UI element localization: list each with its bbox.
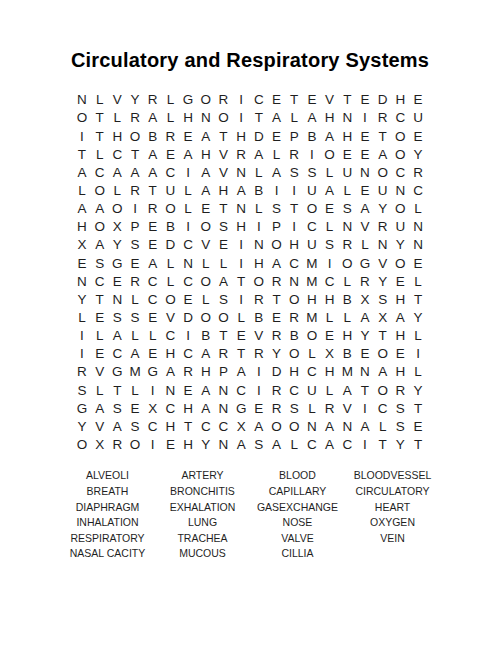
grid-cell[interactable]: S: [215, 291, 233, 309]
grid-cell[interactable]: L: [126, 327, 144, 345]
grid-cell[interactable]: C: [250, 91, 268, 109]
grid-cell[interactable]: T: [109, 381, 127, 399]
grid-cell[interactable]: Y: [409, 381, 427, 399]
grid-cell[interactable]: R: [268, 381, 286, 399]
grid-cell[interactable]: R: [374, 109, 392, 127]
grid-cell[interactable]: L: [197, 291, 215, 309]
grid-cell[interactable]: N: [409, 236, 427, 254]
grid-cell[interactable]: N: [162, 381, 180, 399]
grid-cell[interactable]: L: [162, 109, 180, 127]
grid-cell[interactable]: O: [338, 254, 356, 272]
grid-cell[interactable]: N: [250, 236, 268, 254]
grid-cell[interactable]: S: [250, 436, 268, 454]
grid-cell[interactable]: A: [321, 182, 339, 200]
grid-cell[interactable]: U: [303, 182, 321, 200]
grid-cell[interactable]: N: [197, 109, 215, 127]
grid-cell[interactable]: N: [303, 418, 321, 436]
grid-cell[interactable]: N: [215, 381, 233, 399]
grid-cell[interactable]: L: [409, 327, 427, 345]
grid-cell[interactable]: T: [144, 182, 162, 200]
grid-cell[interactable]: C: [162, 399, 180, 417]
grid-cell[interactable]: A: [374, 363, 392, 381]
grid-cell[interactable]: X: [374, 309, 392, 327]
grid-cell[interactable]: X: [73, 236, 91, 254]
grid-cell[interactable]: O: [374, 381, 392, 399]
grid-cell[interactable]: A: [73, 200, 91, 218]
grid-cell[interactable]: H: [179, 436, 197, 454]
grid-cell[interactable]: C: [144, 418, 162, 436]
grid-cell[interactable]: O: [285, 418, 303, 436]
grid-cell[interactable]: T: [215, 127, 233, 145]
grid-cell[interactable]: L: [91, 327, 109, 345]
grid-cell[interactable]: N: [374, 236, 392, 254]
grid-cell[interactable]: S: [268, 200, 286, 218]
grid-cell[interactable]: N: [338, 418, 356, 436]
grid-cell[interactable]: L: [91, 381, 109, 399]
grid-cell[interactable]: B: [197, 327, 215, 345]
grid-cell[interactable]: H: [285, 236, 303, 254]
grid-cell[interactable]: L: [162, 272, 180, 290]
grid-cell[interactable]: E: [179, 127, 197, 145]
grid-cell[interactable]: I: [250, 363, 268, 381]
grid-cell[interactable]: T: [91, 127, 109, 145]
grid-cell[interactable]: A: [91, 200, 109, 218]
grid-cell[interactable]: Y: [73, 291, 91, 309]
grid-cell[interactable]: O: [197, 218, 215, 236]
grid-cell[interactable]: R: [356, 272, 374, 290]
grid-cell[interactable]: E: [409, 127, 427, 145]
grid-cell[interactable]: D: [179, 309, 197, 327]
grid-cell[interactable]: C: [109, 145, 127, 163]
grid-cell[interactable]: S: [109, 309, 127, 327]
grid-cell[interactable]: P: [268, 218, 286, 236]
grid-cell[interactable]: V: [356, 218, 374, 236]
grid-cell[interactable]: M: [303, 272, 321, 290]
grid-cell[interactable]: C: [197, 418, 215, 436]
grid-cell[interactable]: C: [392, 109, 410, 127]
grid-cell[interactable]: N: [338, 218, 356, 236]
grid-cell[interactable]: I: [232, 291, 250, 309]
grid-cell[interactable]: H: [285, 363, 303, 381]
grid-cell[interactable]: P: [126, 218, 144, 236]
grid-cell[interactable]: A: [197, 399, 215, 417]
grid-cell[interactable]: I: [126, 200, 144, 218]
grid-cell[interactable]: S: [338, 200, 356, 218]
grid-cell[interactable]: Y: [197, 436, 215, 454]
grid-cell[interactable]: T: [409, 291, 427, 309]
grid-cell[interactable]: E: [109, 272, 127, 290]
grid-cell[interactable]: B: [303, 127, 321, 145]
grid-cell[interactable]: E: [215, 236, 233, 254]
grid-cell[interactable]: L: [109, 109, 127, 127]
grid-cell[interactable]: I: [144, 436, 162, 454]
grid-cell[interactable]: L: [179, 200, 197, 218]
grid-cell[interactable]: H: [338, 327, 356, 345]
grid-cell[interactable]: A: [374, 145, 392, 163]
grid-cell[interactable]: L: [162, 91, 180, 109]
grid-cell[interactable]: N: [285, 272, 303, 290]
grid-cell[interactable]: L: [374, 418, 392, 436]
grid-cell[interactable]: T: [374, 436, 392, 454]
grid-cell[interactable]: H: [232, 218, 250, 236]
grid-cell[interactable]: E: [321, 327, 339, 345]
grid-cell[interactable]: E: [409, 254, 427, 272]
grid-cell[interactable]: V: [338, 399, 356, 417]
grid-cell[interactable]: O: [285, 291, 303, 309]
grid-cell[interactable]: A: [321, 418, 339, 436]
grid-cell[interactable]: E: [356, 91, 374, 109]
grid-cell[interactable]: I: [73, 345, 91, 363]
grid-cell[interactable]: Y: [109, 236, 127, 254]
grid-cell[interactable]: N: [392, 182, 410, 200]
grid-cell[interactable]: T: [232, 272, 250, 290]
grid-cell[interactable]: I: [232, 254, 250, 272]
grid-cell[interactable]: L: [321, 218, 339, 236]
grid-cell[interactable]: O: [303, 200, 321, 218]
grid-cell[interactable]: N: [109, 291, 127, 309]
grid-cell[interactable]: A: [268, 436, 286, 454]
grid-cell[interactable]: G: [144, 363, 162, 381]
grid-cell[interactable]: V: [197, 236, 215, 254]
grid-cell[interactable]: E: [144, 309, 162, 327]
grid-cell[interactable]: G: [232, 399, 250, 417]
grid-cell[interactable]: A: [197, 381, 215, 399]
grid-cell[interactable]: E: [392, 345, 410, 363]
grid-cell[interactable]: S: [215, 218, 233, 236]
grid-cell[interactable]: H: [303, 291, 321, 309]
grid-cell[interactable]: Y: [356, 327, 374, 345]
grid-cell[interactable]: O: [91, 182, 109, 200]
grid-cell[interactable]: T: [215, 327, 233, 345]
grid-cell[interactable]: O: [268, 236, 286, 254]
grid-cell[interactable]: T: [409, 436, 427, 454]
grid-cell[interactable]: L: [91, 145, 109, 163]
grid-cell[interactable]: H: [197, 363, 215, 381]
grid-cell[interactable]: E: [126, 254, 144, 272]
grid-cell[interactable]: S: [303, 164, 321, 182]
grid-cell[interactable]: L: [409, 363, 427, 381]
grid-cell[interactable]: I: [250, 381, 268, 399]
grid-cell[interactable]: R: [109, 436, 127, 454]
grid-cell[interactable]: L: [303, 345, 321, 363]
grid-cell[interactable]: N: [356, 164, 374, 182]
grid-cell[interactable]: H: [338, 127, 356, 145]
grid-cell[interactable]: A: [392, 309, 410, 327]
grid-cell[interactable]: Y: [392, 436, 410, 454]
grid-cell[interactable]: E: [91, 345, 109, 363]
grid-cell[interactable]: V: [374, 254, 392, 272]
grid-cell[interactable]: X: [232, 418, 250, 436]
grid-cell[interactable]: E: [268, 127, 286, 145]
grid-cell[interactable]: O: [126, 127, 144, 145]
grid-cell[interactable]: C: [321, 272, 339, 290]
grid-cell[interactable]: A: [321, 436, 339, 454]
grid-cell[interactable]: A: [179, 145, 197, 163]
grid-cell[interactable]: M: [338, 363, 356, 381]
grid-cell[interactable]: E: [409, 91, 427, 109]
grid-cell[interactable]: C: [303, 363, 321, 381]
grid-cell[interactable]: U: [303, 381, 321, 399]
grid-cell[interactable]: O: [392, 127, 410, 145]
grid-cell[interactable]: T: [409, 399, 427, 417]
grid-cell[interactable]: A: [268, 109, 286, 127]
grid-cell[interactable]: E: [268, 91, 286, 109]
grid-cell[interactable]: I: [409, 345, 427, 363]
grid-cell[interactable]: I: [179, 218, 197, 236]
grid-cell[interactable]: I: [179, 327, 197, 345]
grid-cell[interactable]: N: [215, 436, 233, 454]
grid-cell[interactable]: C: [179, 345, 197, 363]
grid-cell[interactable]: E: [392, 272, 410, 290]
grid-cell[interactable]: L: [356, 236, 374, 254]
grid-cell[interactable]: V: [109, 91, 127, 109]
grid-cell[interactable]: A: [109, 327, 127, 345]
grid-cell[interactable]: R: [392, 381, 410, 399]
grid-cell[interactable]: G: [73, 399, 91, 417]
grid-cell[interactable]: E: [268, 309, 286, 327]
grid-cell[interactable]: S: [126, 236, 144, 254]
grid-cell[interactable]: L: [126, 381, 144, 399]
grid-cell[interactable]: D: [268, 363, 286, 381]
grid-cell[interactable]: E: [356, 145, 374, 163]
grid-cell[interactable]: A: [144, 109, 162, 127]
grid-cell[interactable]: C: [285, 254, 303, 272]
grid-cell[interactable]: E: [303, 91, 321, 109]
grid-cell[interactable]: C: [285, 381, 303, 399]
grid-cell[interactable]: A: [109, 418, 127, 436]
grid-cell[interactable]: H: [109, 127, 127, 145]
grid-cell[interactable]: N: [232, 164, 250, 182]
grid-cell[interactable]: I: [144, 381, 162, 399]
grid-cell[interactable]: C: [162, 164, 180, 182]
grid-cell[interactable]: L: [197, 254, 215, 272]
grid-cell[interactable]: O: [392, 145, 410, 163]
grid-cell[interactable]: I: [321, 254, 339, 272]
grid-cell[interactable]: A: [250, 145, 268, 163]
grid-cell[interactable]: R: [285, 145, 303, 163]
grid-cell[interactable]: L: [215, 254, 233, 272]
grid-cell[interactable]: I: [268, 182, 286, 200]
grid-cell[interactable]: V: [215, 145, 233, 163]
grid-cell[interactable]: C: [144, 272, 162, 290]
grid-cell[interactable]: E: [126, 399, 144, 417]
grid-cell[interactable]: E: [179, 381, 197, 399]
grid-cell[interactable]: B: [144, 127, 162, 145]
grid-cell[interactable]: Y: [374, 272, 392, 290]
grid-cell[interactable]: B: [250, 309, 268, 327]
grid-cell[interactable]: C: [144, 291, 162, 309]
grid-cell[interactable]: U: [162, 182, 180, 200]
grid-cell[interactable]: S: [392, 418, 410, 436]
grid-cell[interactable]: L: [338, 182, 356, 200]
grid-cell[interactable]: U: [392, 218, 410, 236]
grid-cell[interactable]: L: [91, 91, 109, 109]
grid-cell[interactable]: H: [321, 291, 339, 309]
grid-cell[interactable]: S: [126, 418, 144, 436]
grid-cell[interactable]: L: [409, 200, 427, 218]
grid-cell[interactable]: A: [73, 164, 91, 182]
grid-cell[interactable]: O: [374, 164, 392, 182]
grid-cell[interactable]: R: [144, 200, 162, 218]
grid-cell[interactable]: H: [392, 291, 410, 309]
grid-cell[interactable]: V: [250, 327, 268, 345]
grid-cell[interactable]: E: [197, 200, 215, 218]
grid-cell[interactable]: T: [91, 109, 109, 127]
grid-cell[interactable]: E: [321, 200, 339, 218]
grid-cell[interactable]: M: [303, 309, 321, 327]
grid-cell[interactable]: G: [109, 363, 127, 381]
grid-cell[interactable]: E: [250, 399, 268, 417]
grid-cell[interactable]: R: [268, 272, 286, 290]
grid-cell[interactable]: T: [215, 200, 233, 218]
grid-cell[interactable]: R: [409, 164, 427, 182]
grid-cell[interactable]: E: [162, 145, 180, 163]
grid-cell[interactable]: C: [409, 182, 427, 200]
grid-cell[interactable]: C: [392, 164, 410, 182]
grid-cell[interactable]: S: [285, 399, 303, 417]
grid-cell[interactable]: Y: [409, 145, 427, 163]
grid-cell[interactable]: T: [232, 345, 250, 363]
grid-cell[interactable]: U: [409, 109, 427, 127]
grid-cell[interactable]: I: [179, 164, 197, 182]
grid-cell[interactable]: O: [392, 254, 410, 272]
grid-cell[interactable]: R: [268, 327, 286, 345]
grid-cell[interactable]: H: [162, 418, 180, 436]
grid-cell[interactable]: I: [232, 91, 250, 109]
grid-cell[interactable]: H: [250, 254, 268, 272]
grid-cell[interactable]: O: [91, 218, 109, 236]
grid-cell[interactable]: M: [126, 363, 144, 381]
grid-cell[interactable]: S: [126, 309, 144, 327]
grid-cell[interactable]: I: [73, 127, 91, 145]
grid-cell[interactable]: E: [356, 345, 374, 363]
grid-cell[interactable]: A: [109, 164, 127, 182]
grid-cell[interactable]: T: [374, 327, 392, 345]
grid-cell[interactable]: C: [338, 436, 356, 454]
grid-cell[interactable]: O: [268, 418, 286, 436]
grid-cell[interactable]: H: [392, 91, 410, 109]
grid-cell[interactable]: R: [232, 145, 250, 163]
grid-cell[interactable]: L: [250, 164, 268, 182]
grid-cell[interactable]: O: [197, 309, 215, 327]
grid-cell[interactable]: S: [73, 381, 91, 399]
grid-cell[interactable]: Y: [392, 236, 410, 254]
grid-cell[interactable]: T: [374, 127, 392, 145]
grid-cell[interactable]: C: [91, 272, 109, 290]
grid-cell[interactable]: L: [73, 309, 91, 327]
grid-cell[interactable]: I: [250, 218, 268, 236]
grid-cell[interactable]: O: [73, 109, 91, 127]
grid-cell[interactable]: C: [162, 327, 180, 345]
grid-cell[interactable]: B: [250, 182, 268, 200]
grid-cell[interactable]: S: [321, 236, 339, 254]
grid-cell[interactable]: L: [321, 381, 339, 399]
grid-cell[interactable]: T: [285, 91, 303, 109]
grid-cell[interactable]: R: [250, 291, 268, 309]
grid-cell[interactable]: V: [91, 418, 109, 436]
grid-cell[interactable]: E: [356, 182, 374, 200]
grid-cell[interactable]: B: [338, 291, 356, 309]
grid-cell[interactable]: L: [321, 164, 339, 182]
grid-cell[interactable]: O: [73, 436, 91, 454]
grid-cell[interactable]: H: [73, 218, 91, 236]
grid-cell[interactable]: S: [109, 399, 127, 417]
grid-cell[interactable]: H: [392, 363, 410, 381]
grid-cell[interactable]: C: [179, 272, 197, 290]
grid-cell[interactable]: E: [338, 145, 356, 163]
grid-cell[interactable]: O: [392, 200, 410, 218]
grid-cell[interactable]: A: [321, 127, 339, 145]
grid-cell[interactable]: G: [356, 254, 374, 272]
grid-cell[interactable]: A: [268, 254, 286, 272]
grid-cell[interactable]: A: [356, 418, 374, 436]
grid-cell[interactable]: H: [321, 109, 339, 127]
grid-cell[interactable]: R: [321, 399, 339, 417]
grid-cell[interactable]: O: [215, 109, 233, 127]
grid-cell[interactable]: O: [374, 345, 392, 363]
grid-cell[interactable]: A: [356, 200, 374, 218]
grid-cell[interactable]: I: [285, 218, 303, 236]
grid-cell[interactable]: S: [374, 291, 392, 309]
grid-cell[interactable]: A: [250, 418, 268, 436]
grid-cell[interactable]: C: [109, 345, 127, 363]
grid-cell[interactable]: R: [285, 309, 303, 327]
grid-cell[interactable]: U: [374, 182, 392, 200]
grid-cell[interactable]: G: [109, 254, 127, 272]
grid-cell[interactable]: R: [215, 91, 233, 109]
grid-cell[interactable]: I: [73, 327, 91, 345]
grid-cell[interactable]: H: [179, 109, 197, 127]
grid-cell[interactable]: L: [109, 182, 127, 200]
grid-cell[interactable]: O: [285, 345, 303, 363]
grid-cell[interactable]: D: [374, 91, 392, 109]
grid-cell[interactable]: H: [232, 127, 250, 145]
grid-cell[interactable]: N: [232, 200, 250, 218]
grid-cell[interactable]: X: [91, 436, 109, 454]
grid-cell[interactable]: O: [197, 272, 215, 290]
grid-cell[interactable]: U: [338, 164, 356, 182]
grid-cell[interactable]: X: [144, 399, 162, 417]
grid-cell[interactable]: Y: [409, 309, 427, 327]
grid-cell[interactable]: E: [162, 436, 180, 454]
grid-cell[interactable]: A: [197, 345, 215, 363]
grid-cell[interactable]: Y: [374, 200, 392, 218]
grid-cell[interactable]: T: [338, 91, 356, 109]
grid-cell[interactable]: I: [356, 109, 374, 127]
grid-cell[interactable]: B: [338, 345, 356, 363]
grid-cell[interactable]: L: [232, 309, 250, 327]
grid-cell[interactable]: R: [268, 399, 286, 417]
grid-cell[interactable]: R: [162, 127, 180, 145]
grid-cell[interactable]: D: [162, 236, 180, 254]
grid-cell[interactable]: H: [179, 399, 197, 417]
grid-cell[interactable]: L: [285, 109, 303, 127]
grid-cell[interactable]: O: [303, 327, 321, 345]
grid-cell[interactable]: H: [321, 363, 339, 381]
grid-cell[interactable]: A: [126, 345, 144, 363]
grid-cell[interactable]: H: [162, 345, 180, 363]
grid-cell[interactable]: C: [303, 218, 321, 236]
grid-cell[interactable]: M: [303, 254, 321, 272]
grid-cell[interactable]: C: [215, 418, 233, 436]
grid-cell[interactable]: A: [144, 254, 162, 272]
grid-cell[interactable]: X: [109, 218, 127, 236]
grid-cell[interactable]: L: [338, 272, 356, 290]
grid-cell[interactable]: T: [91, 291, 109, 309]
grid-cell[interactable]: L: [338, 309, 356, 327]
grid-cell[interactable]: A: [232, 182, 250, 200]
grid-cell[interactable]: D: [250, 127, 268, 145]
